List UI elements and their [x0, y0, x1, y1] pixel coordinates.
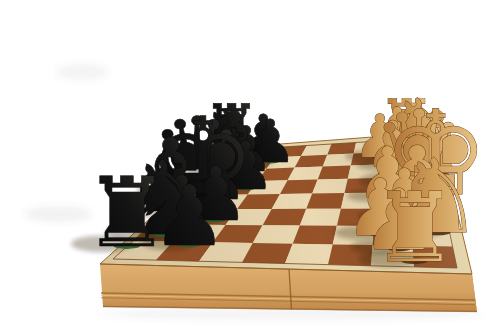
board-3d: ♜♟♜♞♟♟♟♞♟♟♝♝♛♟♟♛♚♟♟♚♝♝♟♟♟♞♞♟♟♜♟♜: [0, 0, 500, 326]
chess-set-photo: ♜♟♜♞♟♟♟♞♟♟♝♝♛♟♟♛♚♟♟♚♝♝♟♟♟♞♞♟♟♜♟♜: [0, 0, 500, 326]
white-rook-piece: ♜: [371, 172, 457, 284]
black-rook-piece: ♜: [84, 157, 170, 269]
